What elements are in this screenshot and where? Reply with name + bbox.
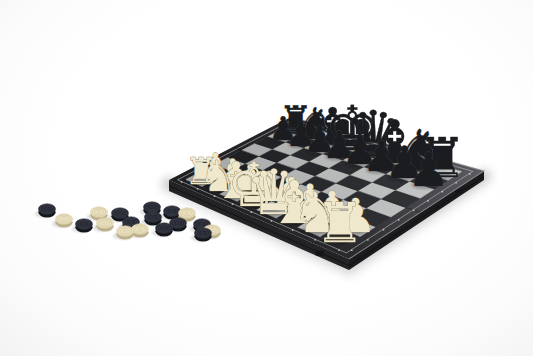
checker-dark-disc <box>163 206 180 217</box>
frame-rivet <box>398 219 400 221</box>
frame-rivet <box>181 181 183 183</box>
checker-dark-disc <box>144 212 161 223</box>
checker-light-disc <box>55 214 72 225</box>
checker-light-disc <box>96 218 113 229</box>
checker-light-disc <box>90 207 107 218</box>
piece-black-pawn-a7: ♟ <box>408 142 450 197</box>
chess-set-photo: ♜♞♟♝♟♚♟♛♟♝♟♞♟♟♜♟♟♜♟♟♞♟♝♟♚♟♛♟♝♟♞♜ <box>0 0 533 356</box>
checker-dark-disc <box>143 202 160 213</box>
frame-rivet <box>383 229 385 231</box>
frame-rivet <box>413 209 415 211</box>
checker-light-disc <box>178 208 195 219</box>
checker-dark-disc <box>75 219 92 230</box>
piece-white-rook-a1: ♜ <box>315 191 364 255</box>
frame-rivet <box>469 173 471 175</box>
frame-rivet <box>427 200 429 202</box>
checker-light-disc <box>116 226 133 237</box>
scene-svg: ♜♞♟♝♟♚♟♛♟♝♟♞♟♟♜♟♟♜♟♟♞♟♝♟♚♟♛♟♝♟♞♜ <box>0 0 533 356</box>
checker-dark-disc <box>38 204 55 215</box>
checker-dark-disc <box>194 228 211 239</box>
checker-dark-disc <box>111 208 128 219</box>
checker-dark-disc <box>155 223 172 234</box>
checker-light-disc <box>131 224 148 235</box>
